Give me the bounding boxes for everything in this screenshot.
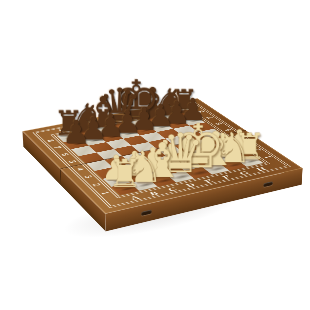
fold-seam-side xyxy=(60,169,61,186)
piece-white-rook-a1[interactable]: ♜ xyxy=(108,116,143,189)
pawn-glyph: ♟ xyxy=(62,116,90,148)
product-photo: AABBCCDDEEFFGGHH1122334455667788 ♜♞♝♛♚♝♞… xyxy=(0,0,310,310)
scene: AABBCCDDEEFFGGHH1122334455667788 ♜♞♝♛♚♝♞… xyxy=(0,0,310,310)
piece-black-pawn-a7[interactable]: ♟ xyxy=(60,77,92,143)
chess-board: AABBCCDDEEFFGGHH1122334455667788 ♜♞♝♛♚♝♞… xyxy=(22,98,302,214)
latch-clasp-icon xyxy=(141,209,151,215)
latch-clasp-icon xyxy=(264,181,273,187)
rook-glyph: ♜ xyxy=(108,155,142,193)
